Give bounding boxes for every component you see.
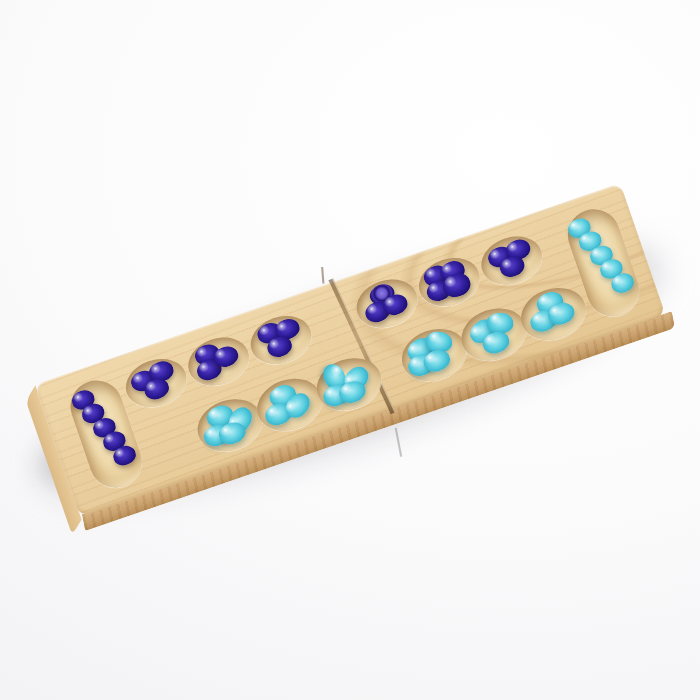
scene xyxy=(0,0,700,700)
mancala-board xyxy=(34,183,666,517)
pit-back-6[interactable] xyxy=(475,229,549,293)
stone-teal xyxy=(486,312,513,333)
pit-back-4[interactable] xyxy=(350,272,424,336)
pit-front-3[interactable] xyxy=(310,350,389,419)
pit-back-5[interactable] xyxy=(412,250,486,314)
pit-back-1[interactable] xyxy=(119,351,193,415)
pit-back-3[interactable] xyxy=(244,308,318,372)
pit-front-6[interactable] xyxy=(514,279,593,348)
pit-back-2[interactable] xyxy=(182,330,256,394)
